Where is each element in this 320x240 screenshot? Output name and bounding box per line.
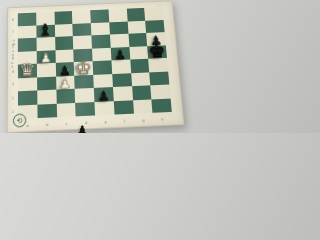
file-label-b: b <box>46 122 48 127</box>
square-g5 <box>129 46 148 60</box>
square-g8 <box>126 8 145 21</box>
rank-label-2: 2 <box>12 96 14 100</box>
square-b3 <box>37 76 56 90</box>
square-f4 <box>111 60 131 74</box>
rank-label-1: 1 <box>12 110 14 114</box>
file-label-h: h <box>161 117 164 122</box>
square-c3 <box>56 75 75 89</box>
square-f8 <box>108 9 127 22</box>
square-h2 <box>150 84 170 98</box>
rank-label-3: 3 <box>12 83 14 87</box>
chess-board: ♝♟♟♟♚♛♟♚♟♟ abcdefgh 87654321 ⟲ a b c d e… <box>7 0 185 133</box>
square-h6 <box>146 32 165 46</box>
square-e8 <box>90 9 109 22</box>
square-d2 <box>75 88 95 103</box>
square-a4 <box>18 64 37 78</box>
square-e7 <box>91 22 110 35</box>
square-h8 <box>144 7 163 20</box>
corner-marks: ··· <box>156 3 162 7</box>
square-h5 <box>147 45 167 59</box>
square-c2 <box>56 89 75 104</box>
square-h7 <box>145 20 164 33</box>
file-labels: abcdefgh <box>18 117 173 129</box>
square-g6 <box>128 33 147 47</box>
square-g1 <box>133 99 153 114</box>
file-label-e: e <box>104 120 106 125</box>
square-h3 <box>149 71 169 85</box>
square-c7 <box>54 23 73 36</box>
square-e4 <box>93 60 112 74</box>
captured-black-pawn: ♟ <box>76 124 89 133</box>
square-g4 <box>130 59 150 73</box>
square-g3 <box>131 72 151 86</box>
square-b2 <box>37 90 56 105</box>
file-label-f: f <box>124 119 126 124</box>
square-d1 <box>75 102 95 117</box>
square-b1 <box>37 103 56 118</box>
square-a8 <box>18 13 36 26</box>
square-c6 <box>55 36 74 50</box>
square-b8 <box>36 12 54 25</box>
square-d4 <box>74 61 93 75</box>
square-a7 <box>18 25 36 38</box>
square-h1 <box>152 98 172 113</box>
board-vinyl-mat: ♝♟♟♟♚♛♟♚♟♟ abcdefgh 87654321 ⟲ a b c d e… <box>7 0 185 133</box>
square-a5 <box>18 51 37 65</box>
square-c8 <box>54 11 73 24</box>
square-d3 <box>74 74 93 88</box>
square-c5 <box>55 49 74 63</box>
square-b6 <box>36 37 55 51</box>
square-f1 <box>114 100 134 115</box>
square-d7 <box>73 23 92 36</box>
square-e1 <box>94 101 114 116</box>
square-b5 <box>36 50 55 64</box>
file-label-g: g <box>142 118 145 123</box>
square-b4 <box>37 63 56 77</box>
square-f7 <box>109 21 128 34</box>
rank-label-8: 8 <box>12 18 14 22</box>
file-label-c: c <box>66 121 68 126</box>
square-d6 <box>73 35 92 49</box>
square-e3 <box>93 74 113 88</box>
square-e2 <box>94 87 114 102</box>
board-grid: ♝♟♟♟♚♛♟♚♟♟ <box>18 7 172 119</box>
square-d5 <box>73 48 92 62</box>
square-c4 <box>55 62 74 76</box>
square-h4 <box>148 58 168 72</box>
square-g7 <box>127 20 146 33</box>
square-a3 <box>18 77 37 91</box>
square-f3 <box>112 73 132 87</box>
square-g2 <box>132 85 152 99</box>
square-f5 <box>110 47 129 61</box>
square-b7 <box>36 24 55 37</box>
square-c1 <box>56 102 76 117</box>
square-a6 <box>18 38 37 52</box>
square-f2 <box>113 86 133 101</box>
file-label-a: a <box>27 123 29 128</box>
square-e5 <box>92 47 111 61</box>
square-e6 <box>91 35 110 49</box>
square-f6 <box>110 34 129 48</box>
square-d8 <box>72 10 91 23</box>
square-a2 <box>18 90 37 105</box>
